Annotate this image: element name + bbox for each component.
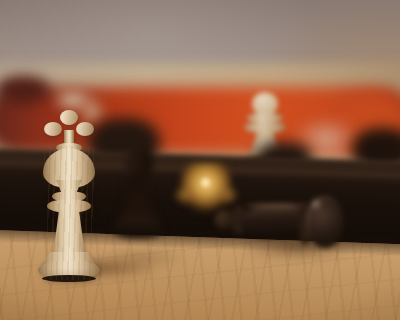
king-shadow-long [96, 248, 188, 268]
latch-highlight [199, 176, 212, 189]
white-king [36, 110, 102, 282]
king-cross-finial-top [60, 110, 78, 125]
chess-photo [0, 0, 400, 320]
black-piece-base [113, 215, 163, 238]
fallen-piece-rim-glint [310, 198, 322, 210]
fallen-black-piece [214, 194, 344, 252]
black-standing-piece [110, 146, 166, 240]
king-cross-finial-left [44, 122, 62, 136]
fallen-piece-body [239, 204, 307, 238]
latch-left-lobe [173, 185, 195, 205]
king-cross-finial-right [76, 122, 94, 136]
fallen-piece-highlight [246, 203, 304, 208]
king-column [49, 210, 89, 256]
king-felt-pad [42, 275, 96, 282]
